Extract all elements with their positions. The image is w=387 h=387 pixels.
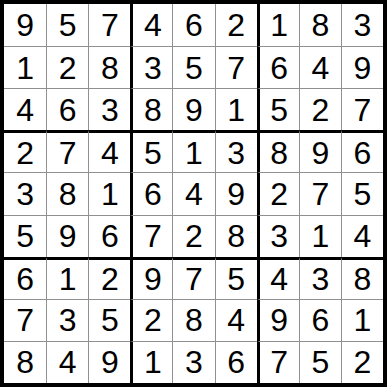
- cell-r3c7[interactable]: 5: [257, 88, 299, 130]
- cell-r4c3[interactable]: 4: [88, 130, 130, 172]
- cell-r7c2[interactable]: 1: [46, 257, 88, 299]
- cell-r4c5[interactable]: 1: [172, 130, 214, 172]
- cell-r3c6[interactable]: 1: [215, 88, 257, 130]
- cell-r7c3[interactable]: 2: [88, 257, 130, 299]
- cell-r3c9[interactable]: 7: [341, 88, 383, 130]
- cell-r4c8[interactable]: 9: [299, 130, 341, 172]
- cell-r8c9[interactable]: 1: [341, 299, 383, 341]
- cell-r6c6[interactable]: 8: [215, 215, 257, 257]
- cell-r4c7[interactable]: 8: [257, 130, 299, 172]
- cell-r3c3[interactable]: 3: [88, 88, 130, 130]
- cell-r8c8[interactable]: 6: [299, 299, 341, 341]
- cell-r9c5[interactable]: 3: [172, 341, 214, 383]
- cell-r1c6[interactable]: 2: [215, 4, 257, 46]
- cell-r2c9[interactable]: 9: [341, 46, 383, 88]
- cell-r1c9[interactable]: 3: [341, 4, 383, 46]
- cell-r9c4[interactable]: 1: [130, 341, 172, 383]
- cell-r6c1[interactable]: 5: [4, 215, 46, 257]
- cell-r5c2[interactable]: 8: [46, 172, 88, 214]
- cell-r6c2[interactable]: 9: [46, 215, 88, 257]
- cell-r2c8[interactable]: 4: [299, 46, 341, 88]
- cell-r4c4[interactable]: 5: [130, 130, 172, 172]
- cell-r7c6[interactable]: 5: [215, 257, 257, 299]
- cell-r7c9[interactable]: 8: [341, 257, 383, 299]
- cell-r6c3[interactable]: 6: [88, 215, 130, 257]
- cell-r6c5[interactable]: 2: [172, 215, 214, 257]
- cell-r9c9[interactable]: 2: [341, 341, 383, 383]
- cell-r9c7[interactable]: 7: [257, 341, 299, 383]
- cell-r5c5[interactable]: 4: [172, 172, 214, 214]
- cell-r7c8[interactable]: 3: [299, 257, 341, 299]
- cell-r3c1[interactable]: 4: [4, 88, 46, 130]
- cell-r1c4[interactable]: 4: [130, 4, 172, 46]
- cell-r7c4[interactable]: 9: [130, 257, 172, 299]
- cell-r5c6[interactable]: 9: [215, 172, 257, 214]
- cell-r8c5[interactable]: 8: [172, 299, 214, 341]
- cell-r5c7[interactable]: 2: [257, 172, 299, 214]
- cell-r6c4[interactable]: 7: [130, 215, 172, 257]
- cell-r6c8[interactable]: 1: [299, 215, 341, 257]
- cell-r5c1[interactable]: 3: [4, 172, 46, 214]
- cell-r4c6[interactable]: 3: [215, 130, 257, 172]
- cell-r8c6[interactable]: 4: [215, 299, 257, 341]
- cell-r2c2[interactable]: 2: [46, 46, 88, 88]
- cell-r9c2[interactable]: 4: [46, 341, 88, 383]
- cell-r8c1[interactable]: 7: [4, 299, 46, 341]
- cell-r5c9[interactable]: 5: [341, 172, 383, 214]
- cell-r5c3[interactable]: 1: [88, 172, 130, 214]
- cell-r1c2[interactable]: 5: [46, 4, 88, 46]
- cell-r7c5[interactable]: 7: [172, 257, 214, 299]
- cell-r9c3[interactable]: 9: [88, 341, 130, 383]
- cell-r9c1[interactable]: 8: [4, 341, 46, 383]
- cell-r5c8[interactable]: 7: [299, 172, 341, 214]
- cell-r2c4[interactable]: 3: [130, 46, 172, 88]
- sudoku-board: 9574621831283576494638915272745138963816…: [0, 0, 387, 387]
- cell-r3c5[interactable]: 9: [172, 88, 214, 130]
- cell-r1c7[interactable]: 1: [257, 4, 299, 46]
- cell-r1c5[interactable]: 6: [172, 4, 214, 46]
- cell-r8c4[interactable]: 2: [130, 299, 172, 341]
- cell-r2c1[interactable]: 1: [4, 46, 46, 88]
- cell-r9c8[interactable]: 5: [299, 341, 341, 383]
- cell-r9c6[interactable]: 6: [215, 341, 257, 383]
- cell-r5c4[interactable]: 6: [130, 172, 172, 214]
- cell-r2c7[interactable]: 6: [257, 46, 299, 88]
- cell-r1c1[interactable]: 9: [4, 4, 46, 46]
- cell-r4c9[interactable]: 6: [341, 130, 383, 172]
- cell-r8c3[interactable]: 5: [88, 299, 130, 341]
- cell-r1c8[interactable]: 8: [299, 4, 341, 46]
- cell-r2c6[interactable]: 7: [215, 46, 257, 88]
- cell-r3c4[interactable]: 8: [130, 88, 172, 130]
- cell-r6c7[interactable]: 3: [257, 215, 299, 257]
- cell-r7c1[interactable]: 6: [4, 257, 46, 299]
- cell-r7c7[interactable]: 4: [257, 257, 299, 299]
- cell-r4c1[interactable]: 2: [4, 130, 46, 172]
- cell-r1c3[interactable]: 7: [88, 4, 130, 46]
- cell-r3c8[interactable]: 2: [299, 88, 341, 130]
- cell-r8c7[interactable]: 9: [257, 299, 299, 341]
- cell-r2c3[interactable]: 8: [88, 46, 130, 88]
- cell-r3c2[interactable]: 6: [46, 88, 88, 130]
- cell-r6c9[interactable]: 4: [341, 215, 383, 257]
- cell-r2c5[interactable]: 5: [172, 46, 214, 88]
- cell-r4c2[interactable]: 7: [46, 130, 88, 172]
- cell-r8c2[interactable]: 3: [46, 299, 88, 341]
